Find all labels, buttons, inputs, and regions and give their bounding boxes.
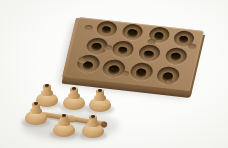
hole-inner-bore bbox=[143, 50, 155, 59]
peg-top-hole bbox=[34, 102, 38, 105]
treat-dimple bbox=[120, 70, 129, 77]
hole-inner-bore bbox=[101, 26, 112, 34]
peg-3[interactable] bbox=[89, 87, 111, 112]
hole-inner-bore bbox=[170, 53, 182, 62]
product-photo-background bbox=[0, 0, 228, 148]
hole-r0c1[interactable] bbox=[121, 23, 144, 41]
peg-top-hole bbox=[45, 84, 49, 87]
hole-r0c0[interactable] bbox=[95, 20, 118, 38]
peg-top-hole bbox=[91, 115, 95, 118]
hole-r1c2[interactable] bbox=[137, 44, 162, 63]
peg-top-hole bbox=[98, 89, 102, 92]
peg-top-hole bbox=[62, 114, 66, 117]
hole-inner-bore bbox=[91, 43, 103, 52]
peg-6[interactable] bbox=[82, 113, 104, 138]
peg-4[interactable] bbox=[25, 100, 47, 125]
hole-inner-bore bbox=[108, 65, 120, 74]
peg-5[interactable] bbox=[53, 112, 75, 137]
hole-inner-bore bbox=[127, 29, 138, 37]
treat-dimple bbox=[147, 39, 156, 46]
hole-r2c2[interactable] bbox=[128, 62, 154, 82]
peg-top-hole bbox=[72, 87, 76, 90]
hole-r1c1[interactable] bbox=[111, 40, 136, 59]
game-board bbox=[65, 17, 204, 91]
hole-inner-bore bbox=[178, 35, 189, 43]
hole-r1c3[interactable] bbox=[164, 47, 189, 66]
peg-2[interactable] bbox=[63, 85, 85, 110]
hole-inner-bore bbox=[117, 46, 129, 55]
treat-dimple bbox=[84, 25, 93, 32]
hole-inner-bore bbox=[135, 68, 147, 77]
treat-dimple bbox=[164, 79, 173, 86]
treat-dimple bbox=[188, 43, 197, 50]
